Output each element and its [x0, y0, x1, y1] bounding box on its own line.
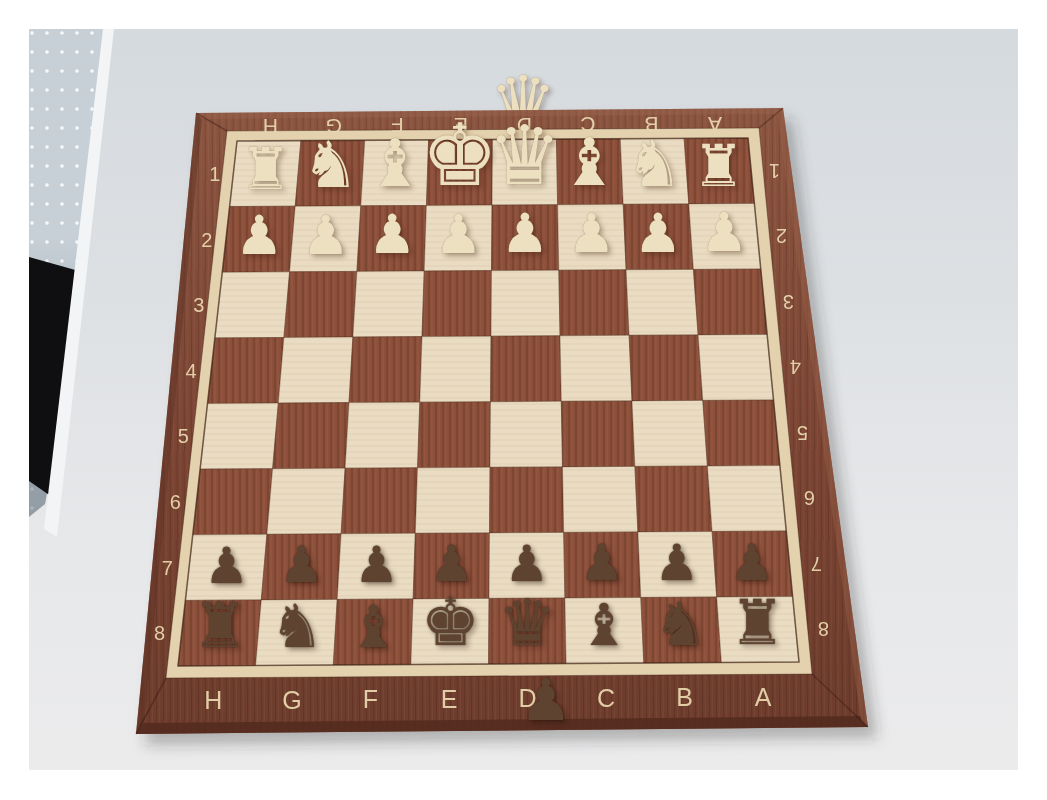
piece-black-pawn-b7: ♟ [654, 538, 699, 588]
piece-black-pawn-a7: ♟ [729, 538, 774, 588]
piece-white-king-e1: ♚ [421, 112, 498, 198]
piece-black-king-e8: ♚ [421, 590, 480, 656]
piece-black-pawn-spare: ♟ [520, 671, 572, 729]
piece-white-rook-h1: ♜ [240, 140, 292, 198]
piece-black-pawn-c7: ♟ [579, 538, 624, 588]
piece-black-queen-d8: ♛ [498, 591, 555, 655]
piece-white-pawn-g2: ♟ [301, 209, 349, 263]
pieces-layer: ♜♞♝♛♚♝♞♜♟♟♟♟♟♟♟♟♟♟♟♟♟♟♟♟♜♞♝♛♚♝♞♜♟ [0, 0, 1047, 800]
piece-white-knight-b1: ♞ [625, 132, 682, 196]
piece-white-pawn-c2: ♟ [567, 207, 615, 261]
piece-white-bishop-c1: ♝ [560, 130, 619, 196]
piece-white-pawn-d2: ♟ [501, 207, 549, 261]
piece-white-queen-d1: ♛ [488, 115, 562, 197]
piece-black-rook-h8: ♜ [192, 595, 248, 657]
piece-black-pawn-f7: ♟ [354, 540, 399, 590]
piece-white-pawn-h2: ♟ [235, 209, 283, 263]
piece-black-pawn-h7: ♟ [204, 541, 249, 591]
piece-black-pawn-g7: ♟ [279, 540, 324, 590]
piece-white-rook-a1: ♜ [693, 137, 745, 195]
piece-white-pawn-f2: ♟ [368, 208, 416, 262]
piece-black-pawn-e7: ♟ [429, 539, 474, 589]
piece-black-bishop-f8: ♝ [348, 598, 400, 656]
piece-white-bishop-f1: ♝ [366, 131, 425, 197]
piece-black-rook-a8: ♜ [730, 592, 786, 654]
piece-black-bishop-c8: ♝ [578, 596, 630, 654]
piece-white-knight-g1: ♞ [302, 133, 359, 197]
screenshot-stage: ♛ ♜♞♝♛♚♝♞♜♟♟♟♟♟♟♟♟♟♟♟♟♟♟♟♟♜♞♝♛♚♝♞♜♟ HGFE… [0, 0, 1047, 800]
piece-white-pawn-b2: ♟ [634, 207, 682, 261]
piece-black-pawn-d7: ♟ [504, 539, 549, 589]
piece-black-knight-b8: ♞ [654, 594, 708, 654]
piece-white-pawn-e2: ♟ [434, 208, 482, 262]
piece-black-knight-g8: ♞ [270, 596, 324, 656]
piece-white-pawn-a2: ♟ [700, 206, 748, 260]
